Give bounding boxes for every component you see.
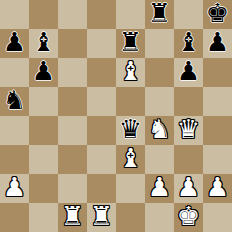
square-f3[interactable] bbox=[145, 145, 174, 174]
square-h5[interactable] bbox=[203, 87, 232, 116]
square-f6[interactable] bbox=[145, 58, 174, 87]
square-a5[interactable]: ♞ bbox=[0, 87, 29, 116]
square-g3[interactable] bbox=[174, 145, 203, 174]
square-b2[interactable] bbox=[29, 174, 58, 203]
square-b7[interactable]: ♝ bbox=[29, 29, 58, 58]
piece-white-bishop[interactable]: ♝ bbox=[119, 145, 142, 173]
square-a2[interactable]: ♟ bbox=[0, 174, 29, 203]
square-e1[interactable] bbox=[116, 203, 145, 232]
square-f4[interactable]: ♞ bbox=[145, 116, 174, 145]
square-f1[interactable] bbox=[145, 203, 174, 232]
square-a7[interactable]: ♟ bbox=[0, 29, 29, 58]
piece-black-rook[interactable]: ♜ bbox=[148, 0, 171, 28]
square-c3[interactable] bbox=[58, 145, 87, 174]
square-d5[interactable] bbox=[87, 87, 116, 116]
square-c6[interactable] bbox=[58, 58, 87, 87]
square-e7[interactable]: ♜ bbox=[116, 29, 145, 58]
square-d8[interactable] bbox=[87, 0, 116, 29]
square-g8[interactable] bbox=[174, 0, 203, 29]
square-e2[interactable] bbox=[116, 174, 145, 203]
piece-black-queen[interactable]: ♛ bbox=[119, 116, 142, 144]
square-a3[interactable] bbox=[0, 145, 29, 174]
piece-white-queen[interactable]: ♛ bbox=[177, 116, 200, 144]
square-b5[interactable] bbox=[29, 87, 58, 116]
square-d2[interactable] bbox=[87, 174, 116, 203]
piece-white-rook[interactable]: ♜ bbox=[90, 203, 113, 231]
square-e6[interactable]: ♝ bbox=[116, 58, 145, 87]
square-b4[interactable] bbox=[29, 116, 58, 145]
square-b3[interactable] bbox=[29, 145, 58, 174]
square-g1[interactable]: ♚ bbox=[174, 203, 203, 232]
square-g7[interactable]: ♝ bbox=[174, 29, 203, 58]
square-g2[interactable]: ♟ bbox=[174, 174, 203, 203]
piece-black-bishop[interactable]: ♝ bbox=[177, 29, 200, 57]
piece-white-knight[interactable]: ♞ bbox=[148, 116, 171, 144]
square-h4[interactable] bbox=[203, 116, 232, 145]
piece-white-rook[interactable]: ♜ bbox=[61, 203, 84, 231]
square-a8[interactable] bbox=[0, 0, 29, 29]
square-g6[interactable]: ♟ bbox=[174, 58, 203, 87]
square-e3[interactable]: ♝ bbox=[116, 145, 145, 174]
chess-board: ♜♚♟♝♜♝♟♟♝♟♞♛♞♛♝♟♟♟♟♜♜♚ bbox=[0, 0, 232, 232]
piece-black-pawn[interactable]: ♟ bbox=[32, 58, 55, 86]
square-h7[interactable]: ♟ bbox=[203, 29, 232, 58]
square-f7[interactable] bbox=[145, 29, 174, 58]
piece-black-pawn[interactable]: ♟ bbox=[3, 29, 26, 57]
square-d4[interactable] bbox=[87, 116, 116, 145]
square-c4[interactable] bbox=[58, 116, 87, 145]
square-b1[interactable] bbox=[29, 203, 58, 232]
piece-white-bishop[interactable]: ♝ bbox=[119, 58, 142, 86]
square-e8[interactable] bbox=[116, 0, 145, 29]
square-h3[interactable] bbox=[203, 145, 232, 174]
piece-black-knight[interactable]: ♞ bbox=[3, 87, 26, 115]
piece-white-king[interactable]: ♚ bbox=[177, 203, 200, 231]
square-h1[interactable] bbox=[203, 203, 232, 232]
square-a6[interactable] bbox=[0, 58, 29, 87]
piece-black-king[interactable]: ♚ bbox=[206, 0, 229, 28]
square-h2[interactable]: ♟ bbox=[203, 174, 232, 203]
square-f2[interactable]: ♟ bbox=[145, 174, 174, 203]
square-e5[interactable] bbox=[116, 87, 145, 116]
square-c2[interactable] bbox=[58, 174, 87, 203]
square-d1[interactable]: ♜ bbox=[87, 203, 116, 232]
square-h6[interactable] bbox=[203, 58, 232, 87]
square-c8[interactable] bbox=[58, 0, 87, 29]
piece-black-rook[interactable]: ♜ bbox=[119, 29, 142, 57]
piece-white-pawn[interactable]: ♟ bbox=[206, 174, 229, 202]
piece-white-pawn[interactable]: ♟ bbox=[148, 174, 171, 202]
square-a4[interactable] bbox=[0, 116, 29, 145]
square-g5[interactable] bbox=[174, 87, 203, 116]
square-c5[interactable] bbox=[58, 87, 87, 116]
square-f5[interactable] bbox=[145, 87, 174, 116]
square-h8[interactable]: ♚ bbox=[203, 0, 232, 29]
square-f8[interactable]: ♜ bbox=[145, 0, 174, 29]
square-a1[interactable] bbox=[0, 203, 29, 232]
square-b6[interactable]: ♟ bbox=[29, 58, 58, 87]
square-d3[interactable] bbox=[87, 145, 116, 174]
piece-white-pawn[interactable]: ♟ bbox=[177, 174, 200, 202]
square-d6[interactable] bbox=[87, 58, 116, 87]
piece-black-pawn[interactable]: ♟ bbox=[206, 29, 229, 57]
square-g4[interactable]: ♛ bbox=[174, 116, 203, 145]
square-c1[interactable]: ♜ bbox=[58, 203, 87, 232]
square-d7[interactable] bbox=[87, 29, 116, 58]
square-e4[interactable]: ♛ bbox=[116, 116, 145, 145]
piece-black-pawn[interactable]: ♟ bbox=[177, 58, 200, 86]
piece-black-bishop[interactable]: ♝ bbox=[32, 29, 55, 57]
square-b8[interactable] bbox=[29, 0, 58, 29]
piece-white-pawn[interactable]: ♟ bbox=[3, 174, 26, 202]
square-c7[interactable] bbox=[58, 29, 87, 58]
